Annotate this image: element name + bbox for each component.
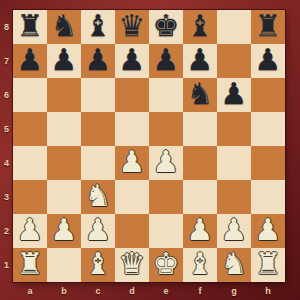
square-h5[interactable]: [251, 112, 285, 146]
square-e1[interactable]: ♚: [149, 248, 183, 282]
piece-white-knight: ♞: [85, 179, 112, 213]
piece-white-pawn: ♟: [17, 213, 44, 247]
square-h6[interactable]: [251, 78, 285, 112]
file-label-d: d: [115, 282, 149, 300]
piece-black-pawn: ♟: [17, 43, 44, 77]
rank-label-5: 5: [0, 112, 13, 146]
piece-black-bishop: ♝: [187, 9, 214, 43]
square-b4[interactable]: [47, 146, 81, 180]
square-g4[interactable]: [217, 146, 251, 180]
square-b6[interactable]: [47, 78, 81, 112]
piece-black-rook: ♜: [17, 9, 44, 43]
file-label-a: a: [13, 282, 47, 300]
rank-label-1: 1: [0, 248, 13, 282]
square-g7[interactable]: [217, 44, 251, 78]
square-h4[interactable]: [251, 146, 285, 180]
square-g8[interactable]: [217, 10, 251, 44]
rank-labels: 87654321: [0, 10, 13, 282]
rank-label-6: 6: [0, 78, 13, 112]
piece-black-pawn: ♟: [119, 43, 146, 77]
piece-white-pawn: ♟: [85, 213, 112, 247]
piece-white-pawn: ♟: [221, 213, 248, 247]
square-c8[interactable]: ♝: [81, 10, 115, 44]
square-f5[interactable]: [183, 112, 217, 146]
square-e3[interactable]: [149, 180, 183, 214]
rank-label-2: 2: [0, 214, 13, 248]
square-e6[interactable]: [149, 78, 183, 112]
square-c5[interactable]: [81, 112, 115, 146]
square-f1[interactable]: ♝: [183, 248, 217, 282]
square-a4[interactable]: [13, 146, 47, 180]
square-e5[interactable]: [149, 112, 183, 146]
piece-white-king: ♚: [153, 247, 180, 281]
square-d6[interactable]: [115, 78, 149, 112]
square-e8[interactable]: ♚: [149, 10, 183, 44]
file-label-e: e: [149, 282, 183, 300]
square-g1[interactable]: ♞: [217, 248, 251, 282]
square-g2[interactable]: ♟: [217, 214, 251, 248]
file-label-f: f: [183, 282, 217, 300]
square-a2[interactable]: ♟: [13, 214, 47, 248]
piece-black-pawn: ♟: [187, 43, 214, 77]
square-c7[interactable]: ♟: [81, 44, 115, 78]
square-h1[interactable]: ♜: [251, 248, 285, 282]
chessboard: ♜♞♝♛♚♝♜♟♟♟♟♟♟♟♞♟♟♟♞♟♟♟♟♟♟♜♝♛♚♝♞♜: [13, 10, 285, 282]
square-g5[interactable]: [217, 112, 251, 146]
piece-white-pawn: ♟: [187, 213, 214, 247]
piece-black-bishop: ♝: [85, 9, 112, 43]
square-d3[interactable]: [115, 180, 149, 214]
square-f2[interactable]: ♟: [183, 214, 217, 248]
piece-black-knight: ♞: [187, 77, 214, 111]
square-a7[interactable]: ♟: [13, 44, 47, 78]
piece-black-queen: ♛: [119, 9, 146, 43]
square-d4[interactable]: ♟: [115, 146, 149, 180]
square-e7[interactable]: ♟: [149, 44, 183, 78]
square-a5[interactable]: [13, 112, 47, 146]
square-b2[interactable]: ♟: [47, 214, 81, 248]
square-d1[interactable]: ♛: [115, 248, 149, 282]
file-labels: abcdefgh: [13, 282, 285, 300]
rank-label-7: 7: [0, 44, 13, 78]
square-b3[interactable]: [47, 180, 81, 214]
square-b1[interactable]: [47, 248, 81, 282]
square-f4[interactable]: [183, 146, 217, 180]
piece-black-rook: ♜: [255, 9, 282, 43]
chess-diagram-frame: 87654321 ♜♞♝♛♚♝♜♟♟♟♟♟♟♟♞♟♟♟♞♟♟♟♟♟♟♜♝♛♚♝♞…: [0, 0, 300, 300]
square-c2[interactable]: ♟: [81, 214, 115, 248]
square-f6[interactable]: ♞: [183, 78, 217, 112]
rank-label-8: 8: [0, 10, 13, 44]
piece-white-pawn: ♟: [51, 213, 78, 247]
file-label-b: b: [47, 282, 81, 300]
file-label-g: g: [217, 282, 251, 300]
piece-black-pawn: ♟: [221, 77, 248, 111]
file-label-h: h: [251, 282, 285, 300]
square-g3[interactable]: [217, 180, 251, 214]
piece-white-pawn: ♟: [119, 145, 146, 179]
square-a8[interactable]: ♜: [13, 10, 47, 44]
piece-white-pawn: ♟: [255, 213, 282, 247]
file-label-c: c: [81, 282, 115, 300]
square-d5[interactable]: [115, 112, 149, 146]
piece-white-rook: ♜: [17, 247, 44, 281]
piece-black-pawn: ♟: [85, 43, 112, 77]
square-b5[interactable]: [47, 112, 81, 146]
square-b7[interactable]: ♟: [47, 44, 81, 78]
square-b8[interactable]: ♞: [47, 10, 81, 44]
square-f7[interactable]: ♟: [183, 44, 217, 78]
piece-black-pawn: ♟: [51, 43, 78, 77]
square-d7[interactable]: ♟: [115, 44, 149, 78]
rank-label-3: 3: [0, 180, 13, 214]
piece-white-bishop: ♝: [85, 247, 112, 281]
piece-white-knight: ♞: [221, 247, 248, 281]
rank-label-4: 4: [0, 146, 13, 180]
square-a1[interactable]: ♜: [13, 248, 47, 282]
square-c6[interactable]: [81, 78, 115, 112]
piece-black-pawn: ♟: [153, 43, 180, 77]
piece-black-knight: ♞: [51, 9, 78, 43]
piece-white-bishop: ♝: [187, 247, 214, 281]
square-e2[interactable]: [149, 214, 183, 248]
piece-black-king: ♚: [153, 9, 180, 43]
square-c4[interactable]: [81, 146, 115, 180]
square-d2[interactable]: [115, 214, 149, 248]
square-f3[interactable]: [183, 180, 217, 214]
square-a3[interactable]: [13, 180, 47, 214]
square-a6[interactable]: [13, 78, 47, 112]
square-f8[interactable]: ♝: [183, 10, 217, 44]
square-g6[interactable]: ♟: [217, 78, 251, 112]
piece-white-pawn: ♟: [153, 145, 180, 179]
square-c3[interactable]: ♞: [81, 180, 115, 214]
piece-white-queen: ♛: [119, 247, 146, 281]
square-c1[interactable]: ♝: [81, 248, 115, 282]
piece-white-rook: ♜: [255, 247, 282, 281]
square-h3[interactable]: [251, 180, 285, 214]
square-h8[interactable]: ♜: [251, 10, 285, 44]
square-e4[interactable]: ♟: [149, 146, 183, 180]
square-h2[interactable]: ♟: [251, 214, 285, 248]
square-h7[interactable]: ♟: [251, 44, 285, 78]
square-d8[interactable]: ♛: [115, 10, 149, 44]
piece-black-pawn: ♟: [255, 43, 282, 77]
